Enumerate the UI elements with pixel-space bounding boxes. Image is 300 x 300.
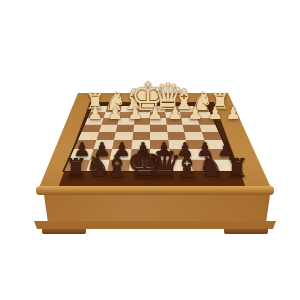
board-square bbox=[150, 124, 167, 131]
chess-set-photo: ♜♞♝♚♛♝♞♜♟♟♟♟♟♟♟♟♟♟♟♟♟♟♟♟♜♞♝♚♛♝♞♜ bbox=[0, 0, 300, 300]
board-square bbox=[199, 124, 219, 131]
white-pawn: ♟ bbox=[167, 105, 182, 122]
white-pawn: ♟ bbox=[87, 105, 102, 122]
black-bishop: ♝ bbox=[173, 151, 201, 182]
white-pawn: ♟ bbox=[187, 105, 202, 122]
white-pawn: ♟ bbox=[107, 105, 122, 122]
white-pawn: ♟ bbox=[147, 105, 162, 122]
white-pawn: ♟ bbox=[127, 105, 142, 122]
black-knight: ♞ bbox=[198, 152, 224, 181]
board-square bbox=[166, 124, 184, 131]
white-pawn: ♟ bbox=[225, 105, 240, 122]
black-rook: ♜ bbox=[225, 155, 248, 181]
board-square bbox=[99, 124, 118, 131]
white-pawn: ♟ bbox=[207, 105, 222, 122]
board-square bbox=[133, 124, 150, 131]
board-square bbox=[116, 124, 134, 131]
